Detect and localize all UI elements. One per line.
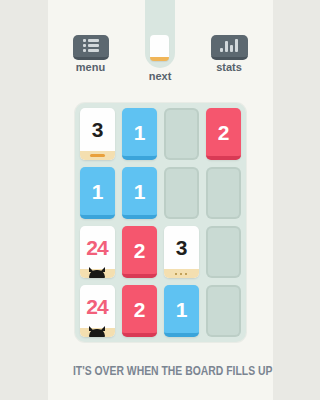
card-value: 24 [86,237,107,258]
card-bottom-strip [80,269,115,278]
next-label: next [138,70,183,82]
card-24[interactable]: 24 [80,226,115,278]
next-card-preview [150,35,169,61]
monster-face-icon [89,270,105,278]
mouth-face-icon [90,154,105,157]
card-value: 2 [218,122,229,143]
card-1[interactable]: 1 [122,108,157,160]
card-value: 2 [134,240,145,261]
next-card-strip [145,0,175,68]
card-value: 1 [92,181,103,202]
empty-cell [206,285,241,337]
menu-button-label: menu [73,61,109,73]
card-bottom-strip [80,151,115,160]
menu-button[interactable] [73,35,109,60]
card-3[interactable]: 3 [164,226,199,278]
card-value: 1 [134,122,145,143]
card-value: 3 [176,237,187,258]
card-value: 1 [176,299,187,320]
card-body: 3 [164,226,199,269]
stats-button-label: stats [211,61,248,73]
menu-list-icon [83,39,99,52]
empty-cell [164,108,199,160]
card-2[interactable]: 2 [122,285,157,337]
empty-cell [164,167,199,219]
monster-face-icon [89,329,105,337]
board-grid[interactable]: 3121124232421 [75,103,246,342]
card-body: 24 [80,285,115,328]
threes-app: menu next stats 3121124232421 IT'S OVER … [48,0,273,400]
card-2[interactable]: 2 [206,108,241,160]
card-1[interactable]: 1 [80,167,115,219]
card-2[interactable]: 2 [122,226,157,278]
empty-cell [206,226,241,278]
bar-chart-icon [220,39,238,52]
card-1[interactable]: 1 [122,167,157,219]
hint-text: IT'S OVER WHEN THE BOARD FILLS UP [48,361,273,379]
card-24[interactable]: 24 [80,285,115,337]
empty-cell [206,167,241,219]
card-bottom-strip [80,328,115,337]
card-value: 24 [86,296,107,317]
card-1[interactable]: 1 [164,285,199,337]
card-body: 24 [80,226,115,269]
game-board[interactable]: 3121124232421 [75,103,246,342]
card-body: 3 [80,108,115,151]
card-value: 3 [92,119,103,140]
card-bottom-strip [164,269,199,278]
stats-button[interactable] [211,35,248,60]
card-value: 1 [134,181,145,202]
card-value: 2 [134,299,145,320]
dots-face-icon [175,273,187,275]
card-3[interactable]: 3 [80,108,115,160]
